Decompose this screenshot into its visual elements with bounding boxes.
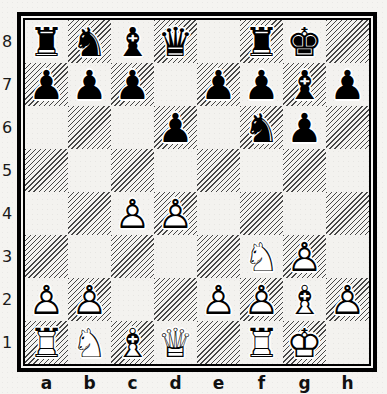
piece-black-pawn: ♟ [326,63,369,106]
square-d4[interactable]: ♟♙ [154,192,197,235]
square-f3[interactable]: ♞♘ [240,235,283,278]
piece-white-pawn: ♟♙ [326,278,369,321]
piece-black-pawn: ♟ [240,63,283,106]
square-e3[interactable] [197,235,240,278]
square-b1[interactable]: ♞♘ [68,321,111,364]
square-h1[interactable] [326,321,369,364]
square-e6[interactable] [197,106,240,149]
square-c7[interactable]: ♟ [111,63,154,106]
square-c3[interactable] [111,235,154,278]
square-e1[interactable] [197,321,240,364]
rank-label-3: 3 [1,235,17,278]
chess-diagram: 87654321 ♜♞♝♛♜♚♟♟♟♟♟♝♟♟♞♟♟♙♟♙♞♘♟♙♟♙♟♙♟♙♟… [0,0,387,394]
file-label-c: c [111,373,154,393]
square-g5[interactable] [283,149,326,192]
piece-black-pawn: ♟ [154,106,197,149]
piece-white-bishop: ♝♗ [111,321,154,364]
square-g8[interactable]: ♚ [283,20,326,63]
file-label-h: h [326,373,369,393]
square-a2[interactable]: ♟♙ [25,278,68,321]
square-h8[interactable] [326,20,369,63]
rank-label-8: 8 [1,20,17,63]
square-h6[interactable] [326,106,369,149]
piece-white-pawn: ♟♙ [68,278,111,321]
square-b3[interactable] [68,235,111,278]
piece-white-knight: ♞♘ [68,321,111,364]
square-g7[interactable]: ♝ [283,63,326,106]
square-h5[interactable] [326,149,369,192]
square-d2[interactable] [154,278,197,321]
square-d5[interactable] [154,149,197,192]
square-b4[interactable] [68,192,111,235]
square-e8[interactable] [197,20,240,63]
piece-black-pawn: ♟ [283,106,326,149]
square-c6[interactable] [111,106,154,149]
diagram-layout: 87654321 ♜♞♝♛♜♚♟♟♟♟♟♝♟♟♞♟♟♙♟♙♞♘♟♙♟♙♟♙♟♙♟… [1,12,387,394]
square-a7[interactable]: ♟ [25,63,68,106]
square-f7[interactable]: ♟ [240,63,283,106]
square-f4[interactable] [240,192,283,235]
square-h3[interactable] [326,235,369,278]
piece-white-pawn: ♟♙ [154,192,197,235]
piece-black-bishop: ♝ [283,63,326,106]
rank-label-2: 2 [1,278,17,321]
square-d8[interactable]: ♛ [154,20,197,63]
square-b8[interactable]: ♞ [68,20,111,63]
piece-white-pawn: ♟♙ [197,278,240,321]
piece-black-king: ♚ [283,20,326,63]
board-inner-frame: ♜♞♝♛♜♚♟♟♟♟♟♝♟♟♞♟♟♙♟♙♞♘♟♙♟♙♟♙♟♙♟♙♝♗♟♙♜♖♞♘… [23,18,371,366]
square-e4[interactable] [197,192,240,235]
square-h2[interactable]: ♟♙ [326,278,369,321]
square-g1[interactable]: ♚♔ [283,321,326,364]
square-a3[interactable] [25,235,68,278]
square-g3[interactable]: ♟♙ [283,235,326,278]
square-h4[interactable] [326,192,369,235]
piece-black-bishop: ♝ [111,20,154,63]
square-f5[interactable] [240,149,283,192]
square-c2[interactable] [111,278,154,321]
piece-black-knight: ♞ [68,20,111,63]
file-label-g: g [283,373,326,393]
square-a6[interactable] [25,106,68,149]
square-a4[interactable] [25,192,68,235]
square-b2[interactable]: ♟♙ [68,278,111,321]
square-c8[interactable]: ♝ [111,20,154,63]
square-e5[interactable] [197,149,240,192]
square-e7[interactable]: ♟ [197,63,240,106]
square-g6[interactable]: ♟ [283,106,326,149]
piece-white-pawn: ♟♙ [240,278,283,321]
square-f8[interactable]: ♜ [240,20,283,63]
square-a8[interactable]: ♜ [25,20,68,63]
square-g4[interactable] [283,192,326,235]
square-b7[interactable]: ♟ [68,63,111,106]
piece-white-king: ♚♔ [283,321,326,364]
square-f2[interactable]: ♟♙ [240,278,283,321]
piece-black-queen: ♛ [154,20,197,63]
piece-white-bishop: ♝♗ [283,278,326,321]
piece-white-rook: ♜♖ [25,321,68,364]
square-c5[interactable] [111,149,154,192]
piece-black-pawn: ♟ [111,63,154,106]
rank-labels: 87654321 [1,12,17,372]
square-f1[interactable]: ♜♖ [240,321,283,364]
file-label-b: b [68,373,111,393]
file-label-d: d [154,373,197,393]
file-label-f: f [240,373,283,393]
rank-label-7: 7 [1,63,17,106]
piece-black-rook: ♜ [25,20,68,63]
board-frame: ♜♞♝♛♜♚♟♟♟♟♟♝♟♟♞♟♟♙♟♙♞♘♟♙♟♙♟♙♟♙♟♙♝♗♟♙♜♖♞♘… [17,12,377,372]
square-e2[interactable]: ♟♙ [197,278,240,321]
rank-label-1: 1 [1,321,17,364]
square-c1[interactable]: ♝♗ [111,321,154,364]
square-a1[interactable]: ♜♖ [25,321,68,364]
piece-white-rook: ♜♖ [240,321,283,364]
rank-label-4: 4 [1,192,17,235]
corner-spacer [1,372,17,394]
rank-label-5: 5 [1,149,17,192]
piece-white-knight: ♞♘ [240,235,283,278]
chess-board: ♜♞♝♛♜♚♟♟♟♟♟♝♟♟♞♟♟♙♟♙♞♘♟♙♟♙♟♙♟♙♟♙♝♗♟♙♜♖♞♘… [25,20,369,364]
square-f6[interactable]: ♞ [240,106,283,149]
piece-white-pawn: ♟♙ [283,235,326,278]
file-label-e: e [197,373,240,393]
square-d3[interactable] [154,235,197,278]
file-label-a: a [25,373,68,393]
piece-black-pawn: ♟ [68,63,111,106]
rank-label-6: 6 [1,106,17,149]
square-h7[interactable]: ♟ [326,63,369,106]
square-a5[interactable] [25,149,68,192]
square-d7[interactable] [154,63,197,106]
square-b6[interactable] [68,106,111,149]
square-d1[interactable]: ♛♕ [154,321,197,364]
piece-white-pawn: ♟♙ [111,192,154,235]
piece-white-pawn: ♟♙ [25,278,68,321]
piece-black-rook: ♜ [240,20,283,63]
piece-black-pawn: ♟ [25,63,68,106]
piece-black-pawn: ♟ [197,63,240,106]
square-d6[interactable]: ♟ [154,106,197,149]
file-labels: abcdefgh [17,372,377,394]
square-g2[interactable]: ♝♗ [283,278,326,321]
piece-black-knight: ♞ [240,106,283,149]
square-b5[interactable] [68,149,111,192]
piece-white-queen: ♛♕ [154,321,197,364]
square-c4[interactable]: ♟♙ [111,192,154,235]
